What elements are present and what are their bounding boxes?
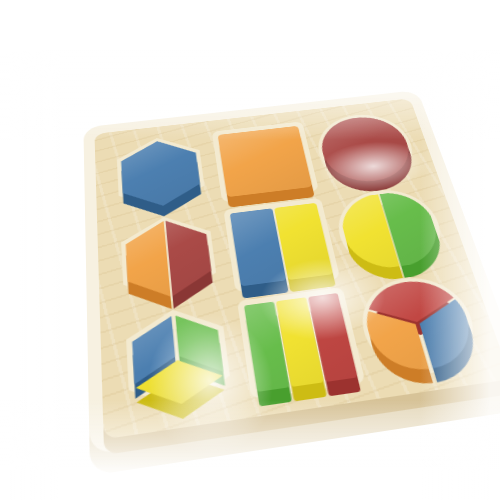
piece-circle-halves[interactable] [335,188,447,273]
puzzle-scene [70,18,490,448]
puzzle-board [94,98,500,439]
square-block-orange[interactable] [216,124,315,199]
cell-square-whole [209,119,322,205]
circle-half-right-green[interactable] [335,188,447,273]
piece-square-whole-orange[interactable] [216,124,315,199]
piece-hexagon-whole-blue[interactable] [114,136,208,212]
hexagon-block-blue[interactable] [114,136,208,212]
piece-hexagon-halves[interactable] [118,214,221,303]
hexagon-half-right-brick[interactable] [118,214,221,303]
cell-hexagon-halves [111,208,229,311]
cell-hexagon-whole [108,130,216,218]
